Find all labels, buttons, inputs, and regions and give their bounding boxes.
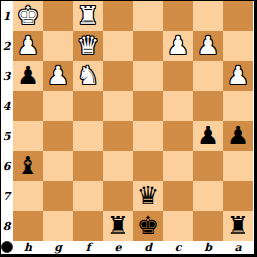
square-e2[interactable] <box>103 31 133 61</box>
square-h3[interactable]: ♟ <box>13 61 43 91</box>
square-c3[interactable] <box>163 61 193 91</box>
square-g7[interactable] <box>43 181 73 211</box>
square-h7[interactable] <box>13 181 43 211</box>
square-g4[interactable] <box>43 91 73 121</box>
white-queen-f2: ♛ <box>77 31 99 61</box>
square-f2[interactable]: ♛ <box>73 31 103 61</box>
square-d1[interactable] <box>133 1 163 31</box>
square-b8[interactable] <box>193 211 223 241</box>
square-e4[interactable] <box>103 91 133 121</box>
black-king-d8: ♚ <box>137 211 159 241</box>
square-h8[interactable] <box>13 211 43 241</box>
square-f7[interactable] <box>73 181 103 211</box>
file-label-a: a <box>223 241 253 254</box>
square-d8[interactable]: ♚ <box>133 211 163 241</box>
square-g3[interactable]: ♟ <box>43 61 73 91</box>
square-c5[interactable] <box>163 121 193 151</box>
square-h6[interactable]: ♝ <box>13 151 43 181</box>
square-d7[interactable]: ♛ <box>133 181 163 211</box>
rank-label-1: 1 <box>0 1 13 31</box>
square-h5[interactable] <box>13 121 43 151</box>
white-pawn-a3: ♟ <box>227 61 249 91</box>
rank-label-5: 5 <box>0 121 13 151</box>
square-f3[interactable]: ♞ <box>73 61 103 91</box>
square-c8[interactable] <box>163 211 193 241</box>
square-b1[interactable] <box>193 1 223 31</box>
square-g2[interactable] <box>43 31 73 61</box>
square-d5[interactable] <box>133 121 163 151</box>
square-f8[interactable] <box>73 211 103 241</box>
square-a6[interactable] <box>223 151 253 181</box>
square-d3[interactable] <box>133 61 163 91</box>
square-c4[interactable] <box>163 91 193 121</box>
square-e3[interactable] <box>103 61 133 91</box>
file-label-h: h <box>13 241 43 254</box>
square-e6[interactable] <box>103 151 133 181</box>
chess-diagram: 12345678 ♚♜♟♛♟♟♟♟♞♟♟♟♝♛♜♚♜ hgfedcba <box>0 0 257 257</box>
white-rook-f1: ♜ <box>77 1 99 31</box>
square-e5[interactable] <box>103 121 133 151</box>
square-c6[interactable] <box>163 151 193 181</box>
black-pawn-b5: ♟ <box>197 121 219 151</box>
file-label-f: f <box>73 241 103 254</box>
square-f1[interactable]: ♜ <box>73 1 103 31</box>
black-rook-a8: ♜ <box>227 211 249 241</box>
square-a7[interactable] <box>223 181 253 211</box>
white-pawn-c2: ♟ <box>167 31 189 61</box>
square-h1[interactable]: ♚ <box>13 1 43 31</box>
square-h4[interactable] <box>13 91 43 121</box>
file-label-e: e <box>103 241 133 254</box>
rank-label-8: 8 <box>0 211 13 241</box>
black-rook-e8: ♜ <box>107 211 129 241</box>
chess-board[interactable]: ♚♜♟♛♟♟♟♟♞♟♟♟♝♛♜♚♜ <box>13 1 253 241</box>
square-b2[interactable]: ♟ <box>193 31 223 61</box>
square-f6[interactable] <box>73 151 103 181</box>
rank-labels: 12345678 <box>0 1 13 241</box>
square-a4[interactable] <box>223 91 253 121</box>
square-d2[interactable] <box>133 31 163 61</box>
square-g1[interactable] <box>43 1 73 31</box>
square-a5[interactable]: ♟ <box>223 121 253 151</box>
square-e7[interactable] <box>103 181 133 211</box>
square-d6[interactable] <box>133 151 163 181</box>
white-pawn-g3: ♟ <box>47 61 69 91</box>
file-labels: hgfedcba <box>13 241 253 254</box>
file-label-c: c <box>163 241 193 254</box>
rank-label-4: 4 <box>0 91 13 121</box>
square-c7[interactable] <box>163 181 193 211</box>
black-pawn-h3: ♟ <box>17 61 39 91</box>
black-pawn-a5: ♟ <box>227 121 249 151</box>
black-to-move-indicator <box>1 241 13 253</box>
white-knight-f3: ♞ <box>77 61 99 91</box>
white-king-h1: ♚ <box>17 1 39 31</box>
rank-label-7: 7 <box>0 181 13 211</box>
square-a3[interactable]: ♟ <box>223 61 253 91</box>
square-h2[interactable]: ♟ <box>13 31 43 61</box>
black-queen-d7: ♛ <box>137 181 159 211</box>
square-a1[interactable] <box>223 1 253 31</box>
file-label-g: g <box>43 241 73 254</box>
rank-label-3: 3 <box>0 61 13 91</box>
square-g5[interactable] <box>43 121 73 151</box>
rank-label-2: 2 <box>0 31 13 61</box>
square-f4[interactable] <box>73 91 103 121</box>
square-e1[interactable] <box>103 1 133 31</box>
rank-label-6: 6 <box>0 151 13 181</box>
square-a8[interactable]: ♜ <box>223 211 253 241</box>
square-b4[interactable] <box>193 91 223 121</box>
square-a2[interactable] <box>223 31 253 61</box>
square-e8[interactable]: ♜ <box>103 211 133 241</box>
file-label-d: d <box>133 241 163 254</box>
square-g6[interactable] <box>43 151 73 181</box>
white-pawn-b2: ♟ <box>197 31 219 61</box>
square-c1[interactable] <box>163 1 193 31</box>
square-b5[interactable]: ♟ <box>193 121 223 151</box>
square-g8[interactable] <box>43 211 73 241</box>
black-bishop-h6: ♝ <box>17 151 39 181</box>
white-pawn-h2: ♟ <box>17 31 39 61</box>
square-b3[interactable] <box>193 61 223 91</box>
square-b7[interactable] <box>193 181 223 211</box>
square-d4[interactable] <box>133 91 163 121</box>
file-label-b: b <box>193 241 223 254</box>
square-c2[interactable]: ♟ <box>163 31 193 61</box>
square-b6[interactable] <box>193 151 223 181</box>
square-f5[interactable] <box>73 121 103 151</box>
